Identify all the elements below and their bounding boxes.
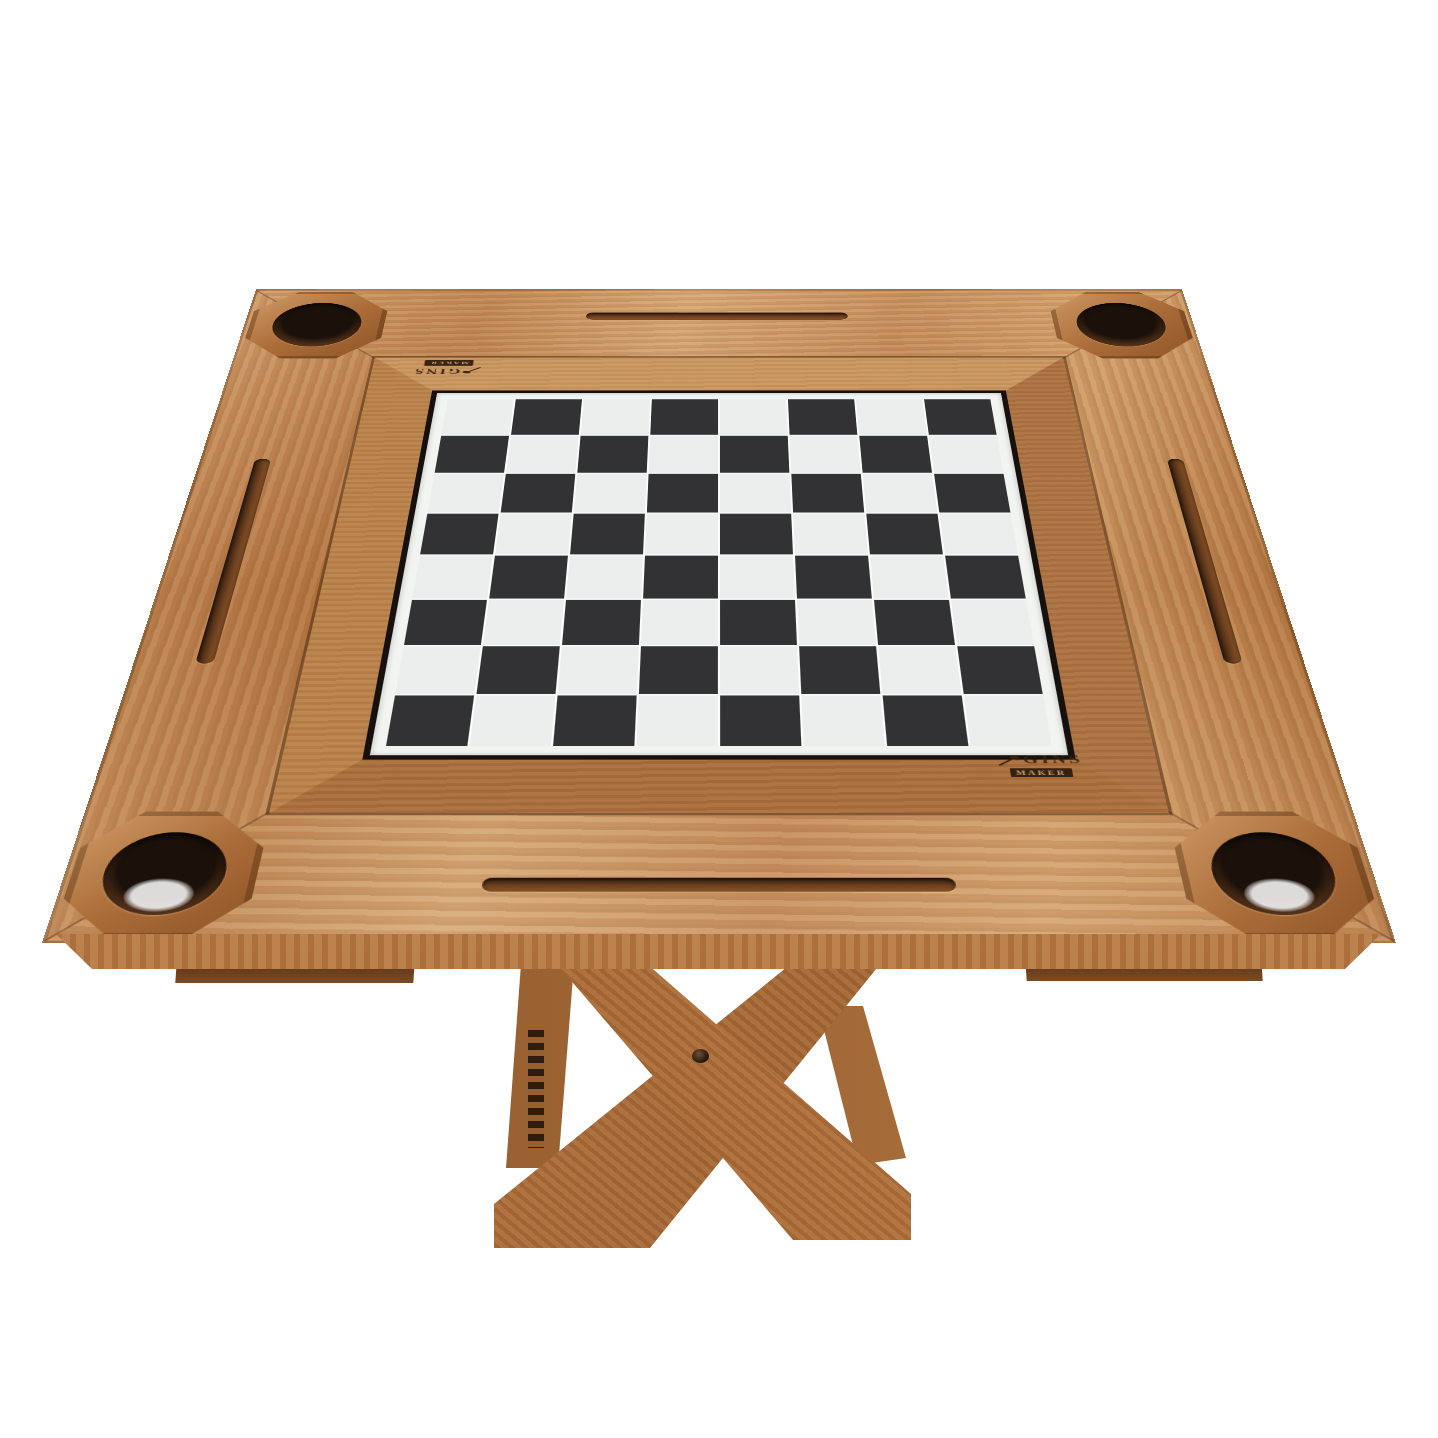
brand-badge: MAKER xyxy=(424,360,473,365)
square-b7 xyxy=(506,436,579,473)
square-h8 xyxy=(924,399,997,434)
square-b5 xyxy=(495,514,572,555)
square-f5 xyxy=(793,514,868,555)
square-e8 xyxy=(720,399,788,434)
square-f6 xyxy=(791,474,864,513)
square-a5 xyxy=(420,514,498,555)
square-b4 xyxy=(489,556,568,599)
hammer-icon xyxy=(994,756,1020,767)
floor-through-hole xyxy=(1240,879,1319,912)
square-h3 xyxy=(951,600,1034,645)
square-d6 xyxy=(647,474,718,513)
square-b1 xyxy=(470,695,556,746)
square-b8 xyxy=(511,399,582,434)
square-g2 xyxy=(878,646,961,694)
square-a7 xyxy=(435,436,509,473)
square-c3 xyxy=(562,600,641,645)
square-h6 xyxy=(934,474,1010,513)
square-d1 xyxy=(637,695,718,746)
chessboard xyxy=(362,390,1075,759)
square-e7 xyxy=(720,436,789,473)
tile-slot-back xyxy=(586,313,848,320)
square-a6 xyxy=(428,474,504,513)
square-c5 xyxy=(570,514,645,555)
square-g6 xyxy=(863,474,938,513)
leg-stamp-marks xyxy=(528,1030,544,1148)
square-h5 xyxy=(939,514,1017,555)
square-a4 xyxy=(412,556,493,599)
square-c1 xyxy=(553,695,637,746)
square-g4 xyxy=(870,556,949,599)
chessboard-border xyxy=(370,393,1068,755)
square-d3 xyxy=(641,600,718,645)
square-c8 xyxy=(581,399,650,434)
tabletop: GINS MAKER GINS MAKER xyxy=(42,289,1396,943)
square-e5 xyxy=(720,514,793,555)
square-h2 xyxy=(957,646,1042,694)
square-c6 xyxy=(574,474,647,513)
square-g3 xyxy=(874,600,955,645)
brand-badge: MAKER xyxy=(1010,768,1073,777)
square-e1 xyxy=(720,695,801,746)
square-h1 xyxy=(964,695,1052,746)
square-f2 xyxy=(799,646,880,694)
square-f8 xyxy=(788,399,857,434)
square-b2 xyxy=(476,646,559,694)
cup-holder-hole xyxy=(1202,832,1346,915)
cup-holder-hole xyxy=(1072,303,1172,347)
square-e4 xyxy=(720,556,795,599)
square-b6 xyxy=(501,474,576,513)
square-f7 xyxy=(790,436,861,473)
hammer-icon xyxy=(463,367,484,374)
square-e3 xyxy=(720,600,797,645)
square-c7 xyxy=(577,436,648,473)
square-c2 xyxy=(558,646,639,694)
square-g1 xyxy=(883,695,969,746)
floor-through-hole xyxy=(119,879,198,912)
product-photo-game-table: GINS MAKER GINS MAKER xyxy=(0,0,1438,1438)
square-d8 xyxy=(650,399,718,434)
brand-name: GINS xyxy=(1022,752,1085,766)
square-e6 xyxy=(720,474,791,513)
square-a2 xyxy=(395,646,480,694)
cup-holder-hole xyxy=(266,303,366,347)
square-b3 xyxy=(483,600,564,645)
cup-holder-hole xyxy=(91,832,235,915)
square-d2 xyxy=(639,646,718,694)
leg-pivot-bolt xyxy=(692,1049,709,1063)
square-d7 xyxy=(649,436,718,473)
square-c4 xyxy=(566,556,643,599)
board-frame xyxy=(269,358,1169,813)
square-d4 xyxy=(643,556,718,599)
square-h7 xyxy=(929,436,1003,473)
square-e2 xyxy=(720,646,799,694)
square-f3 xyxy=(797,600,876,645)
square-a3 xyxy=(404,600,487,645)
tile-slot-front xyxy=(481,878,956,892)
square-h4 xyxy=(945,556,1026,599)
square-g5 xyxy=(866,514,943,555)
chessboard-grid xyxy=(386,399,1052,746)
square-f1 xyxy=(801,695,885,746)
square-a8 xyxy=(441,399,514,434)
square-d5 xyxy=(645,514,718,555)
square-f4 xyxy=(795,556,872,599)
gins-logo-front: GINS MAKER xyxy=(994,752,1087,777)
square-g8 xyxy=(856,399,927,434)
gins-logo-back: GINS MAKER xyxy=(412,360,485,375)
square-g7 xyxy=(859,436,932,473)
brand-name: GINS xyxy=(412,367,461,376)
square-a1 xyxy=(386,695,474,746)
